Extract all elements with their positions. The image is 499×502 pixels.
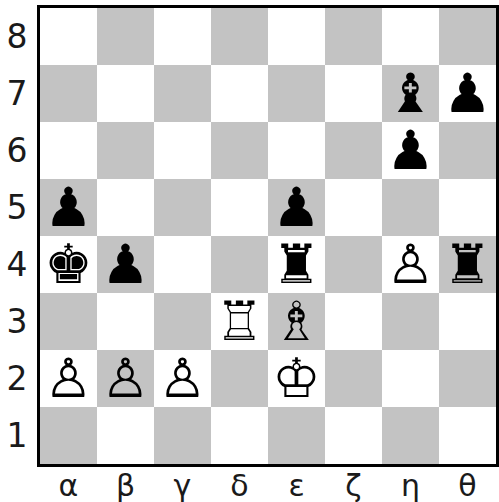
square-h8[interactable] xyxy=(439,8,496,65)
rank-label-3: 3 xyxy=(0,293,34,350)
square-g3[interactable] xyxy=(382,293,439,350)
square-b6[interactable] xyxy=(97,122,154,179)
square-a3[interactable] xyxy=(40,293,97,350)
square-h2[interactable] xyxy=(439,350,496,407)
square-h6[interactable] xyxy=(439,122,496,179)
piece-white-pawn[interactable]: ♙ xyxy=(44,350,92,407)
square-a4[interactable]: ♚ xyxy=(40,236,97,293)
rank-label-7: 7 xyxy=(0,65,34,122)
square-g8[interactable] xyxy=(382,8,439,65)
square-h1[interactable] xyxy=(439,407,496,464)
rank-label-4: 4 xyxy=(0,236,34,293)
square-a8[interactable] xyxy=(40,8,97,65)
square-b1[interactable] xyxy=(97,407,154,464)
piece-white-rook[interactable]: ♖ xyxy=(215,293,263,350)
square-f8[interactable] xyxy=(325,8,382,65)
square-c3[interactable] xyxy=(154,293,211,350)
piece-black-pawn[interactable]: ♟ xyxy=(386,122,434,179)
square-d8[interactable] xyxy=(211,8,268,65)
rank-label-6: 6 xyxy=(0,122,34,179)
square-h7[interactable]: ♟ xyxy=(439,65,496,122)
rank-labels: 87654321 xyxy=(0,8,34,464)
square-g2[interactable] xyxy=(382,350,439,407)
file-label-c: γ xyxy=(154,468,211,502)
piece-black-rook[interactable]: ♜ xyxy=(443,236,491,293)
square-e3[interactable]: ♗ xyxy=(268,293,325,350)
file-labels: αβγδεζηθ xyxy=(40,468,496,502)
square-a5[interactable]: ♟ xyxy=(40,179,97,236)
square-c6[interactable] xyxy=(154,122,211,179)
square-f5[interactable] xyxy=(325,179,382,236)
square-d3[interactable]: ♖ xyxy=(211,293,268,350)
square-a6[interactable] xyxy=(40,122,97,179)
square-e6[interactable] xyxy=(268,122,325,179)
rank-label-5: 5 xyxy=(0,179,34,236)
piece-white-pawn[interactable]: ♙ xyxy=(158,350,206,407)
file-label-a: α xyxy=(40,468,97,502)
square-f2[interactable] xyxy=(325,350,382,407)
piece-black-pawn[interactable]: ♟ xyxy=(101,236,149,293)
piece-black-bishop[interactable]: ♝ xyxy=(386,65,434,122)
square-b4[interactable]: ♟ xyxy=(97,236,154,293)
square-g5[interactable] xyxy=(382,179,439,236)
file-label-b: β xyxy=(97,468,154,502)
square-c2[interactable]: ♙ xyxy=(154,350,211,407)
square-e8[interactable] xyxy=(268,8,325,65)
square-b5[interactable] xyxy=(97,179,154,236)
file-label-d: δ xyxy=(211,468,268,502)
rank-label-2: 2 xyxy=(0,350,34,407)
square-e1[interactable] xyxy=(268,407,325,464)
square-h5[interactable] xyxy=(439,179,496,236)
square-a7[interactable] xyxy=(40,65,97,122)
square-c1[interactable] xyxy=(154,407,211,464)
square-d5[interactable] xyxy=(211,179,268,236)
square-b7[interactable] xyxy=(97,65,154,122)
piece-white-pawn[interactable]: ♙ xyxy=(386,236,434,293)
square-e2[interactable]: ♔ xyxy=(268,350,325,407)
piece-black-pawn[interactable]: ♟ xyxy=(44,179,92,236)
square-e4[interactable]: ♜ xyxy=(268,236,325,293)
file-label-g: η xyxy=(382,468,439,502)
piece-black-pawn[interactable]: ♟ xyxy=(272,179,320,236)
square-d2[interactable] xyxy=(211,350,268,407)
square-f3[interactable] xyxy=(325,293,382,350)
piece-white-king[interactable]: ♔ xyxy=(272,350,320,407)
square-c5[interactable] xyxy=(154,179,211,236)
square-c4[interactable] xyxy=(154,236,211,293)
square-f6[interactable] xyxy=(325,122,382,179)
file-label-h: θ xyxy=(439,468,496,502)
square-e7[interactable] xyxy=(268,65,325,122)
square-a2[interactable]: ♙ xyxy=(40,350,97,407)
square-d7[interactable] xyxy=(211,65,268,122)
square-a1[interactable] xyxy=(40,407,97,464)
chess-board: ♝♟♟♟♟♚♟♜♙♜♖♗♙♙♙♔ xyxy=(37,5,499,467)
square-h3[interactable] xyxy=(439,293,496,350)
square-e5[interactable]: ♟ xyxy=(268,179,325,236)
square-d6[interactable] xyxy=(211,122,268,179)
square-h4[interactable]: ♜ xyxy=(439,236,496,293)
rank-label-1: 1 xyxy=(0,407,34,464)
piece-black-king[interactable]: ♚ xyxy=(44,236,92,293)
square-b2[interactable]: ♙ xyxy=(97,350,154,407)
square-b3[interactable] xyxy=(97,293,154,350)
file-label-e: ε xyxy=(268,468,325,502)
chess-diagram: 87654321 ♝♟♟♟♟♚♟♜♙♜♖♗♙♙♙♔ αβγδεζηθ xyxy=(0,0,499,502)
rank-label-8: 8 xyxy=(0,8,34,65)
piece-black-rook[interactable]: ♜ xyxy=(272,236,320,293)
piece-black-pawn[interactable]: ♟ xyxy=(443,65,491,122)
piece-white-bishop[interactable]: ♗ xyxy=(272,293,320,350)
square-d4[interactable] xyxy=(211,236,268,293)
file-label-f: ζ xyxy=(325,468,382,502)
square-f7[interactable] xyxy=(325,65,382,122)
square-g7[interactable]: ♝ xyxy=(382,65,439,122)
square-b8[interactable] xyxy=(97,8,154,65)
square-c7[interactable] xyxy=(154,65,211,122)
square-d1[interactable] xyxy=(211,407,268,464)
piece-white-pawn[interactable]: ♙ xyxy=(101,350,149,407)
square-f1[interactable] xyxy=(325,407,382,464)
square-g4[interactable]: ♙ xyxy=(382,236,439,293)
square-c8[interactable] xyxy=(154,8,211,65)
square-g6[interactable]: ♟ xyxy=(382,122,439,179)
square-g1[interactable] xyxy=(382,407,439,464)
square-f4[interactable] xyxy=(325,236,382,293)
